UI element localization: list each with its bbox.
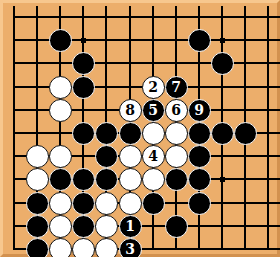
go-board[interactable]: 278569413 [6,6,280,257]
board-frame: 278569413 [0,0,280,257]
move-number: 2 [148,80,158,94]
white-stone-move-8: 8 [119,99,142,122]
white-stone [49,192,72,215]
white-stone-move-4: 4 [142,145,165,168]
black-stone [72,168,95,191]
move-number: 6 [171,103,181,117]
black-stone [26,238,49,257]
star-point-icon [220,38,225,43]
black-stone [49,168,72,191]
black-stone [188,29,211,52]
white-stone [95,238,118,257]
grid-line-vertical [13,6,15,250]
white-stone [119,145,142,168]
move-number: 9 [194,103,204,117]
black-stone [72,192,95,215]
white-stone [95,192,118,215]
go-diagram: 278569413 [0,0,280,257]
white-stone [49,145,72,168]
white-stone [95,215,118,238]
black-stone [188,192,211,215]
black-stone [165,215,188,238]
move-number: 1 [125,219,135,233]
move-number: 4 [148,149,158,163]
black-stone-move-7: 7 [165,76,188,99]
black-stone [119,122,142,145]
white-stone-move-6: 6 [165,99,188,122]
black-stone [26,192,49,215]
black-stone [49,29,72,52]
white-stone [165,145,188,168]
move-number: 7 [171,80,181,94]
black-stone [95,145,118,168]
black-stone [188,122,211,145]
star-point-icon [220,177,225,182]
grid-line-horizontal [13,62,280,64]
black-stone [72,215,95,238]
white-stone [119,192,142,215]
white-stone [49,215,72,238]
white-stone [142,122,165,145]
white-stone [142,168,165,191]
white-stone [26,145,49,168]
white-stone [72,238,95,257]
black-stone [165,168,188,191]
white-stone [165,122,188,145]
black-stone [72,76,95,99]
white-stone [119,168,142,191]
black-stone-move-5: 5 [142,99,165,122]
white-stone [49,238,72,257]
black-stone [234,122,257,145]
move-number: 3 [125,242,135,256]
move-number: 8 [125,103,135,117]
black-stone [95,168,118,191]
black-stone [72,52,95,75]
black-stone [211,52,234,75]
black-stone [26,215,49,238]
white-stone [26,168,49,191]
black-stone [211,122,234,145]
black-stone [188,145,211,168]
black-stone [95,122,118,145]
black-stone [72,122,95,145]
black-stone [142,192,165,215]
black-stone-move-9: 9 [188,99,211,122]
white-stone [49,99,72,122]
black-stone-move-3: 3 [119,238,142,257]
black-stone [188,168,211,191]
star-point-icon [81,38,86,43]
white-stone-move-2: 2 [142,76,165,99]
grid-line-vertical [267,6,269,250]
black-stone-move-1: 1 [119,215,142,238]
move-number: 5 [148,103,158,117]
white-stone [49,76,72,99]
grid-line-horizontal [13,16,280,18]
